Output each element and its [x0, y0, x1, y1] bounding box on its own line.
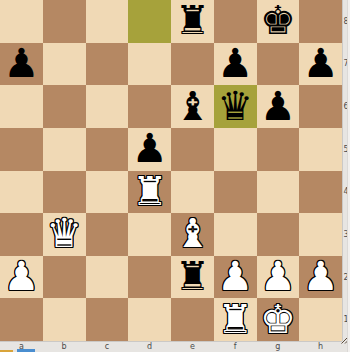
piece-white-queen[interactable]: ♛ [46, 213, 82, 253]
piece-white-rook[interactable]: ♜ [132, 171, 168, 211]
square-d8[interactable] [128, 0, 171, 43]
square-f1[interactable]: ♜ [214, 298, 257, 341]
square-b1[interactable] [43, 298, 86, 341]
square-f4[interactable] [214, 171, 257, 214]
piece-black-queen[interactable]: ♛ [217, 86, 253, 126]
piece-white-pawn[interactable]: ♟ [260, 256, 296, 296]
square-b4[interactable] [43, 171, 86, 214]
square-h7[interactable]: ♟ [299, 43, 342, 86]
piece-black-king[interactable]: ♚ [260, 0, 296, 40]
square-b7[interactable] [43, 43, 86, 86]
square-a3[interactable] [0, 213, 43, 256]
square-h8[interactable] [299, 0, 342, 43]
square-b6[interactable] [43, 85, 86, 128]
square-h4[interactable] [299, 171, 342, 214]
square-f5[interactable] [214, 128, 257, 171]
piece-white-bishop[interactable]: ♝ [174, 213, 210, 253]
square-c3[interactable] [86, 213, 129, 256]
square-a6[interactable] [0, 85, 43, 128]
square-a4[interactable] [0, 171, 43, 214]
piece-white-pawn[interactable]: ♟ [303, 256, 339, 296]
piece-black-bishop[interactable]: ♝ [174, 86, 210, 126]
square-b8[interactable] [43, 0, 86, 43]
square-e5[interactable] [171, 128, 214, 171]
piece-black-rook[interactable]: ♜ [174, 256, 210, 296]
piece-black-pawn[interactable]: ♟ [132, 128, 168, 168]
square-g1[interactable]: ♚ [257, 298, 300, 341]
square-g3[interactable] [257, 213, 300, 256]
file-label-b: b [43, 341, 86, 352]
piece-white-king[interactable]: ♚ [260, 299, 296, 339]
square-a5[interactable] [0, 128, 43, 171]
file-label-f: f [214, 341, 257, 352]
square-a2[interactable]: ♟ [0, 256, 43, 299]
file-label-e: e [171, 341, 214, 352]
square-e7[interactable] [171, 43, 214, 86]
square-d6[interactable] [128, 85, 171, 128]
piece-white-pawn[interactable]: ♟ [217, 256, 253, 296]
piece-white-rook[interactable]: ♜ [217, 299, 253, 339]
square-c6[interactable] [86, 85, 129, 128]
square-c8[interactable] [86, 0, 129, 43]
square-f7[interactable]: ♟ [214, 43, 257, 86]
square-e3[interactable]: ♝ [171, 213, 214, 256]
piece-black-pawn[interactable]: ♟ [217, 43, 253, 83]
square-h1[interactable] [299, 298, 342, 341]
square-e1[interactable] [171, 298, 214, 341]
square-g2[interactable]: ♟ [257, 256, 300, 299]
square-e4[interactable] [171, 171, 214, 214]
square-e6[interactable]: ♝ [171, 85, 214, 128]
piece-black-pawn[interactable]: ♟ [3, 43, 39, 83]
piece-black-pawn[interactable]: ♟ [260, 86, 296, 126]
square-d4[interactable]: ♜ [128, 171, 171, 214]
square-c7[interactable] [86, 43, 129, 86]
piece-white-pawn[interactable]: ♟ [3, 256, 39, 296]
square-f6[interactable]: ♛ [214, 85, 257, 128]
square-g8[interactable]: ♚ [257, 0, 300, 43]
square-a1[interactable] [0, 298, 43, 341]
square-d2[interactable] [128, 256, 171, 299]
square-g5[interactable] [257, 128, 300, 171]
square-f8[interactable] [214, 0, 257, 43]
page-background: ♜♚♟♟♟♝♛♟♟♜♛♝♟♜♟♟♟♜♚ 87654321 abcdefgh [0, 0, 350, 352]
chess-board: ♜♚♟♟♟♝♛♟♟♜♛♝♟♜♟♟♟♜♚ [0, 0, 342, 341]
square-c4[interactable] [86, 171, 129, 214]
file-label-g: g [257, 341, 300, 352]
square-c2[interactable] [86, 256, 129, 299]
square-e8[interactable]: ♜ [171, 0, 214, 43]
file-label-c: c [86, 341, 129, 352]
square-a7[interactable]: ♟ [0, 43, 43, 86]
square-d5[interactable]: ♟ [128, 128, 171, 171]
square-h6[interactable] [299, 85, 342, 128]
piece-black-rook[interactable]: ♜ [174, 0, 210, 40]
square-e2[interactable]: ♜ [171, 256, 214, 299]
square-h2[interactable]: ♟ [299, 256, 342, 299]
piece-black-pawn[interactable]: ♟ [303, 43, 339, 83]
square-d3[interactable] [128, 213, 171, 256]
file-label-d: d [128, 341, 171, 352]
file-label-h: h [299, 341, 342, 352]
file-labels: abcdefgh [0, 341, 342, 352]
square-f3[interactable] [214, 213, 257, 256]
square-a8[interactable] [0, 0, 43, 43]
square-c5[interactable] [86, 128, 129, 171]
square-b5[interactable] [43, 128, 86, 171]
square-c1[interactable] [86, 298, 129, 341]
square-g6[interactable]: ♟ [257, 85, 300, 128]
square-h5[interactable] [299, 128, 342, 171]
square-d7[interactable] [128, 43, 171, 86]
square-h3[interactable] [299, 213, 342, 256]
square-d1[interactable] [128, 298, 171, 341]
square-g4[interactable] [257, 171, 300, 214]
square-b3[interactable]: ♛ [43, 213, 86, 256]
square-g7[interactable] [257, 43, 300, 86]
square-f2[interactable]: ♟ [214, 256, 257, 299]
square-b2[interactable] [43, 256, 86, 299]
